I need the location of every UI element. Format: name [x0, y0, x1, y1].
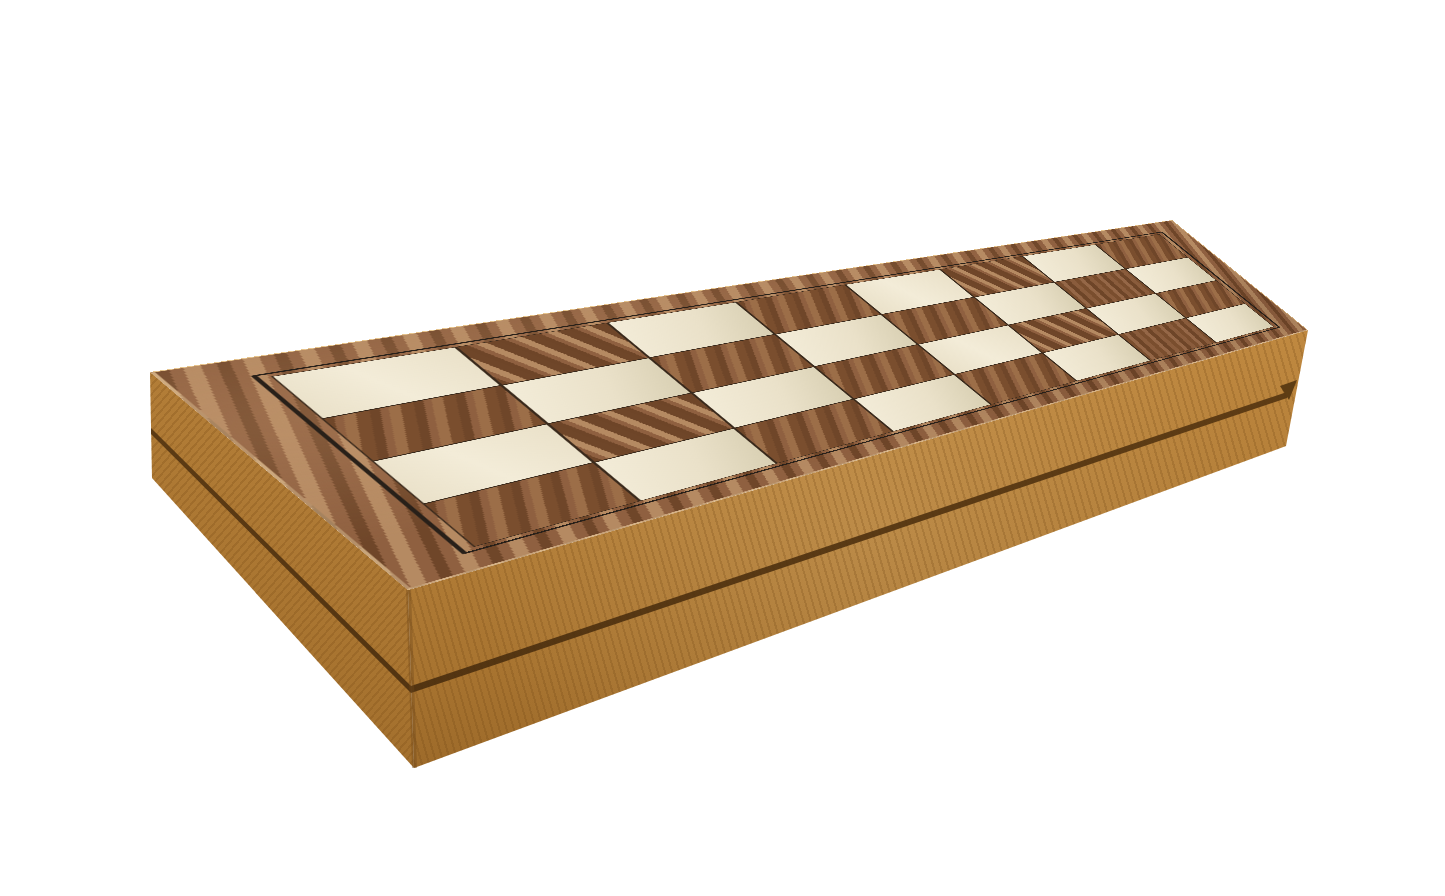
product-photo: [0, 0, 1445, 896]
